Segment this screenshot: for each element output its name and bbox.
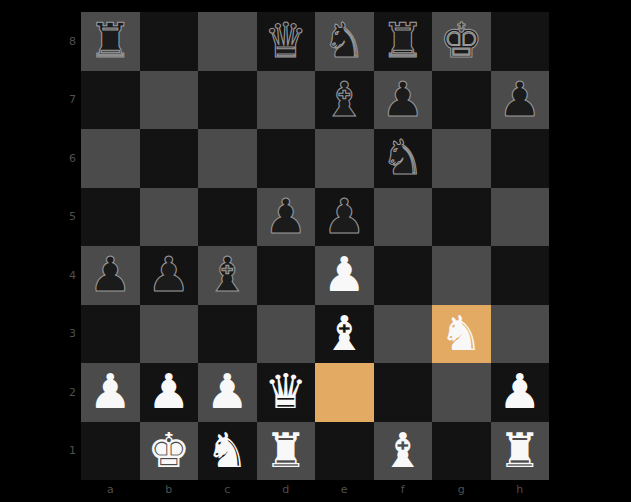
white-king-b1[interactable]: ♚ [147,426,190,474]
black-bishop-e7[interactable]: ♝ [323,75,366,123]
square-f6[interactable]: ♞ [374,129,433,188]
rank-labels: 87654321 [62,12,78,480]
white-knight-g3[interactable]: ♞ [440,309,483,357]
white-rook-d1[interactable]: ♜ [264,426,307,474]
square-b8[interactable] [140,12,199,71]
black-pawn-b4[interactable]: ♟ [147,250,190,298]
square-f1[interactable]: ♝ [374,422,433,481]
square-e8[interactable]: ♞ [315,12,374,71]
square-e7[interactable]: ♝ [315,71,374,130]
black-rook-a8[interactable]: ♜ [89,16,132,64]
rank-label-5: 5 [62,188,78,247]
file-label-c: c [198,480,257,498]
white-knight-c1[interactable]: ♞ [206,426,249,474]
square-f5[interactable] [374,188,433,247]
square-f7[interactable]: ♟ [374,71,433,130]
white-pawn-b2[interactable]: ♟ [147,367,190,415]
white-pawn-a2[interactable]: ♟ [89,367,132,415]
square-a3[interactable] [81,305,140,364]
square-c1[interactable]: ♞ [198,422,257,481]
black-pawn-a4[interactable]: ♟ [89,250,132,298]
white-bishop-e3[interactable]: ♝ [323,309,366,357]
rank-label-1: 1 [62,422,78,481]
square-f4[interactable] [374,246,433,305]
square-f8[interactable]: ♜ [374,12,433,71]
square-h1[interactable]: ♜ [491,422,550,481]
rank-label-7: 7 [62,71,78,130]
white-rook-h1[interactable]: ♜ [498,426,541,474]
file-label-d: d [257,480,316,498]
square-d6[interactable] [257,129,316,188]
file-label-g: g [432,480,491,498]
square-e1[interactable] [315,422,374,481]
square-d5[interactable]: ♟ [257,188,316,247]
black-knight-e8[interactable]: ♞ [323,16,366,64]
black-pawn-f7[interactable]: ♟ [381,75,424,123]
black-rook-f8[interactable]: ♜ [381,16,424,64]
chess-board: ♜♛♞♜♚♝♟♟♞♟♟♟♟♝♟♝♞♟♟♟♛♟♚♞♜♝♜ [81,12,549,480]
rank-label-3: 3 [62,305,78,364]
square-g3[interactable]: ♞ [432,305,491,364]
square-h2[interactable]: ♟ [491,363,550,422]
square-c3[interactable] [198,305,257,364]
file-label-f: f [374,480,433,498]
rank-label-4: 4 [62,246,78,305]
square-a5[interactable] [81,188,140,247]
square-d3[interactable] [257,305,316,364]
chess-app-background: { "game": "chess", "board_theme": { "bac… [0,0,631,502]
square-d4[interactable] [257,246,316,305]
square-e3[interactable]: ♝ [315,305,374,364]
black-knight-f6[interactable]: ♞ [381,133,424,181]
rank-label-8: 8 [62,12,78,71]
square-a2[interactable]: ♟ [81,363,140,422]
black-pawn-h7[interactable]: ♟ [498,75,541,123]
square-b6[interactable] [140,129,199,188]
square-e6[interactable] [315,129,374,188]
square-c5[interactable] [198,188,257,247]
square-h6[interactable] [491,129,550,188]
square-d2[interactable]: ♛ [257,363,316,422]
white-queen-d2[interactable]: ♛ [264,367,307,415]
square-g2[interactable] [432,363,491,422]
square-a6[interactable] [81,129,140,188]
square-f2[interactable] [374,363,433,422]
square-h5[interactable] [491,188,550,247]
square-g5[interactable] [432,188,491,247]
square-c4[interactable]: ♝ [198,246,257,305]
square-c2[interactable]: ♟ [198,363,257,422]
square-g4[interactable] [432,246,491,305]
square-c8[interactable] [198,12,257,71]
file-label-a: a [81,480,140,498]
black-pawn-e5[interactable]: ♟ [323,192,366,240]
square-g6[interactable] [432,129,491,188]
rank-label-2: 2 [62,363,78,422]
square-e5[interactable]: ♟ [315,188,374,247]
square-e4[interactable]: ♟ [315,246,374,305]
square-d7[interactable] [257,71,316,130]
square-h7[interactable]: ♟ [491,71,550,130]
file-label-h: h [491,480,550,498]
square-b2[interactable]: ♟ [140,363,199,422]
square-b5[interactable] [140,188,199,247]
square-b7[interactable] [140,71,199,130]
file-labels: abcdefgh [81,480,549,498]
white-bishop-f1[interactable]: ♝ [381,426,424,474]
square-e2[interactable] [315,363,374,422]
black-pawn-d5[interactable]: ♟ [264,192,307,240]
square-b4[interactable]: ♟ [140,246,199,305]
white-pawn-c2[interactable]: ♟ [206,367,249,415]
white-pawn-h2[interactable]: ♟ [498,367,541,415]
file-label-e: e [315,480,374,498]
square-d1[interactable]: ♜ [257,422,316,481]
file-label-b: b [140,480,199,498]
black-bishop-c4[interactable]: ♝ [206,250,249,298]
square-h3[interactable] [491,305,550,364]
rank-label-6: 6 [62,129,78,188]
square-d8[interactable]: ♛ [257,12,316,71]
white-pawn-e4[interactable]: ♟ [323,250,366,298]
square-g1[interactable] [432,422,491,481]
black-queen-d8[interactable]: ♛ [264,16,307,64]
square-g7[interactable] [432,71,491,130]
square-c7[interactable] [198,71,257,130]
square-h8[interactable] [491,12,550,71]
square-a1[interactable] [81,422,140,481]
square-a4[interactable]: ♟ [81,246,140,305]
square-f3[interactable] [374,305,433,364]
square-a7[interactable] [81,71,140,130]
square-a8[interactable]: ♜ [81,12,140,71]
square-h4[interactable] [491,246,550,305]
black-king-g8[interactable]: ♚ [440,16,483,64]
square-b3[interactable] [140,305,199,364]
square-c6[interactable] [198,129,257,188]
square-b1[interactable]: ♚ [140,422,199,481]
square-g8[interactable]: ♚ [432,12,491,71]
